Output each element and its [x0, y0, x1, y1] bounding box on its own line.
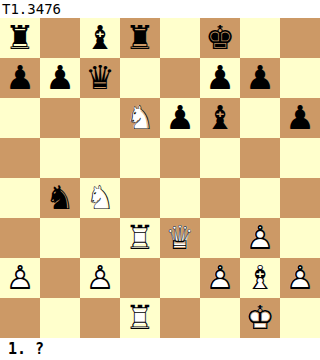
piece-black-king[interactable]: ♚	[200, 18, 240, 58]
white-knight-icon: ♘	[80, 178, 120, 218]
puzzle-id-label: T1.3476	[0, 0, 320, 18]
square-e6[interactable]: ♟	[160, 98, 200, 138]
square-g7[interactable]: ♟	[240, 58, 280, 98]
piece-black-pawn[interactable]: ♟	[280, 98, 320, 138]
square-g6[interactable]	[240, 98, 280, 138]
piece-black-pawn[interactable]: ♟	[200, 58, 240, 98]
square-h7[interactable]	[280, 58, 320, 98]
piece-black-rook[interactable]: ♜	[120, 18, 160, 58]
square-e5[interactable]	[160, 138, 200, 178]
square-f4[interactable]	[200, 178, 240, 218]
square-h2[interactable]: ♟♙	[280, 258, 320, 298]
square-c4[interactable]: ♞♘	[80, 178, 120, 218]
square-f1[interactable]	[200, 298, 240, 338]
white-bishop-icon: ♗	[240, 258, 280, 298]
square-a1[interactable]	[0, 298, 40, 338]
piece-black-pawn[interactable]: ♟	[40, 58, 80, 98]
square-f8[interactable]: ♚	[200, 18, 240, 58]
square-d4[interactable]	[120, 178, 160, 218]
square-b3[interactable]	[40, 218, 80, 258]
square-d7[interactable]	[120, 58, 160, 98]
square-b4[interactable]: ♞	[40, 178, 80, 218]
square-f3[interactable]	[200, 218, 240, 258]
square-c5[interactable]	[80, 138, 120, 178]
square-f2[interactable]: ♟♙	[200, 258, 240, 298]
white-king-icon: ♔	[240, 298, 280, 338]
piece-white-pawn[interactable]: ♟♙	[280, 258, 320, 298]
black-knight-icon: ♞	[40, 178, 80, 218]
white-rook-icon: ♖	[120, 218, 160, 258]
square-h5[interactable]	[280, 138, 320, 178]
square-f5[interactable]	[200, 138, 240, 178]
square-a7[interactable]: ♟	[0, 58, 40, 98]
square-c7[interactable]: ♛	[80, 58, 120, 98]
piece-white-pawn[interactable]: ♟♙	[80, 258, 120, 298]
square-f7[interactable]: ♟	[200, 58, 240, 98]
piece-white-pawn[interactable]: ♟♙	[0, 258, 40, 298]
square-e8[interactable]	[160, 18, 200, 58]
black-pawn-icon: ♟	[160, 98, 200, 138]
black-pawn-icon: ♟	[240, 58, 280, 98]
square-d3[interactable]: ♜♖	[120, 218, 160, 258]
square-c2[interactable]: ♟♙	[80, 258, 120, 298]
square-h1[interactable]	[280, 298, 320, 338]
black-queen-icon: ♛	[80, 58, 120, 98]
square-d6[interactable]: ♞♘	[120, 98, 160, 138]
square-b7[interactable]: ♟	[40, 58, 80, 98]
piece-white-queen[interactable]: ♛♕	[160, 218, 200, 258]
piece-white-rook[interactable]: ♜♖	[120, 218, 160, 258]
square-e2[interactable]	[160, 258, 200, 298]
square-g3[interactable]: ♟♙	[240, 218, 280, 258]
square-g4[interactable]	[240, 178, 280, 218]
piece-white-rook[interactable]: ♜♖	[120, 298, 160, 338]
white-knight-icon: ♘	[120, 98, 160, 138]
square-e7[interactable]	[160, 58, 200, 98]
square-d5[interactable]	[120, 138, 160, 178]
piece-black-pawn[interactable]: ♟	[240, 58, 280, 98]
white-rook-icon: ♖	[120, 298, 160, 338]
piece-black-queen[interactable]: ♛	[80, 58, 120, 98]
square-f6[interactable]: ♝	[200, 98, 240, 138]
square-a3[interactable]	[0, 218, 40, 258]
square-b5[interactable]	[40, 138, 80, 178]
square-d8[interactable]: ♜	[120, 18, 160, 58]
square-d2[interactable]	[120, 258, 160, 298]
square-g2[interactable]: ♝♗	[240, 258, 280, 298]
square-c6[interactable]	[80, 98, 120, 138]
square-a5[interactable]	[0, 138, 40, 178]
square-b6[interactable]	[40, 98, 80, 138]
black-pawn-icon: ♟	[200, 58, 240, 98]
white-pawn-icon: ♙	[80, 258, 120, 298]
black-pawn-icon: ♟	[40, 58, 80, 98]
piece-white-pawn[interactable]: ♟♙	[240, 218, 280, 258]
black-bishop-icon: ♝	[200, 98, 240, 138]
square-g1[interactable]: ♚♔	[240, 298, 280, 338]
white-pawn-icon: ♙	[200, 258, 240, 298]
white-pawn-icon: ♙	[280, 258, 320, 298]
chess-board: ♜♝♜♚♟♟♛♟♟♞♘♟♝♟♞♞♘♜♖♛♕♟♙♟♙♟♙♟♙♝♗♟♙♜♖♚♔	[0, 18, 320, 338]
piece-white-bishop[interactable]: ♝♗	[240, 258, 280, 298]
square-a6[interactable]	[0, 98, 40, 138]
square-d1[interactable]: ♜♖	[120, 298, 160, 338]
square-a8[interactable]: ♜	[0, 18, 40, 58]
square-g5[interactable]	[240, 138, 280, 178]
piece-white-knight[interactable]: ♞♘	[80, 178, 120, 218]
square-a2[interactable]: ♟♙	[0, 258, 40, 298]
square-h3[interactable]	[280, 218, 320, 258]
square-b1[interactable]	[40, 298, 80, 338]
white-queen-icon: ♕	[160, 218, 200, 258]
piece-white-knight[interactable]: ♞♘	[120, 98, 160, 138]
square-b8[interactable]	[40, 18, 80, 58]
black-king-icon: ♚	[200, 18, 240, 58]
square-h4[interactable]	[280, 178, 320, 218]
piece-black-pawn[interactable]: ♟	[160, 98, 200, 138]
square-c1[interactable]	[80, 298, 120, 338]
black-pawn-icon: ♟	[280, 98, 320, 138]
black-bishop-icon: ♝	[80, 18, 120, 58]
square-e3[interactable]: ♛♕	[160, 218, 200, 258]
black-pawn-icon: ♟	[0, 58, 40, 98]
square-b2[interactable]	[40, 258, 80, 298]
square-e4[interactable]	[160, 178, 200, 218]
square-e1[interactable]	[160, 298, 200, 338]
square-c8[interactable]: ♝	[80, 18, 120, 58]
white-pawn-icon: ♙	[0, 258, 40, 298]
square-h6[interactable]: ♟	[280, 98, 320, 138]
move-prompt: 1. ?	[0, 338, 320, 360]
piece-white-pawn[interactable]: ♟♙	[200, 258, 240, 298]
white-pawn-icon: ♙	[240, 218, 280, 258]
piece-black-knight[interactable]: ♞	[40, 178, 80, 218]
black-rook-icon: ♜	[0, 18, 40, 58]
square-c3[interactable]	[80, 218, 120, 258]
chess-app-window: T1.3476 ♜♝♜♚♟♟♛♟♟♞♘♟♝♟♞♞♘♜♖♛♕♟♙♟♙♟♙♟♙♝♗♟…	[0, 0, 320, 360]
piece-black-bishop[interactable]: ♝	[80, 18, 120, 58]
black-rook-icon: ♜	[120, 18, 160, 58]
square-g8[interactable]	[240, 18, 280, 58]
piece-black-rook[interactable]: ♜	[0, 18, 40, 58]
square-a4[interactable]	[0, 178, 40, 218]
square-h8[interactable]	[280, 18, 320, 58]
piece-white-king[interactable]: ♚♔	[240, 298, 280, 338]
piece-black-pawn[interactable]: ♟	[0, 58, 40, 98]
piece-black-bishop[interactable]: ♝	[200, 98, 240, 138]
